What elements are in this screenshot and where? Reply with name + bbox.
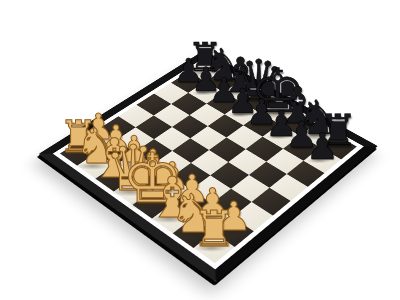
piece-black-pawn-h7[interactable]: ♟ bbox=[306, 129, 339, 165]
pieces-layer: ♜♞♝♛♚♝♞♜♟♟♟♟♟♟♟♟♟♟♟♟♟♟♟♟♜♞♝♛♚♝♞♜ bbox=[0, 0, 400, 300]
chess-photo-canvas: ♜♞♝♛♚♝♞♜♟♟♟♟♟♟♟♟♟♟♟♟♟♟♟♟♜♞♝♛♚♝♞♜ bbox=[0, 0, 400, 300]
piece-white-rook-h1[interactable]: ♜ bbox=[192, 205, 236, 254]
